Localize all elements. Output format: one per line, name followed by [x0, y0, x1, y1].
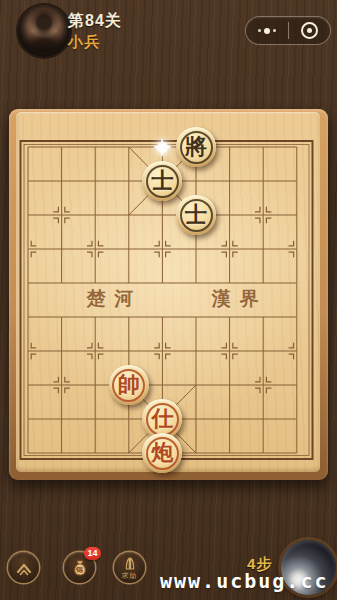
- target-circle-icon: [301, 22, 318, 39]
- bag-label: 锦: [64, 565, 95, 575]
- chevron-up-icon: [13, 557, 35, 579]
- last-move-sparkle: [158, 143, 167, 152]
- xiangqi-board[interactable]: 楚河 漢界 將士士帥仕炮: [16, 112, 320, 472]
- praying-hands-icon: [121, 557, 139, 571]
- wechat-capsule: [246, 17, 330, 44]
- watermark: www.ucbug.cc: [160, 569, 329, 593]
- xiangqi-piece-red[interactable]: 帥: [109, 365, 149, 405]
- ask-help-button[interactable]: 求助: [114, 552, 145, 583]
- xiangqi-piece-black[interactable]: 士: [176, 195, 216, 235]
- level-title: 第84关: [68, 11, 122, 32]
- more-dots-icon: [273, 29, 276, 32]
- rank-label: 小兵: [68, 33, 100, 52]
- help-label: 求助: [122, 572, 138, 579]
- more-dots-icon: [264, 28, 270, 34]
- bag-count-badge: 14: [84, 547, 101, 560]
- more-button[interactable]: [246, 17, 288, 44]
- player-avatar[interactable]: [18, 5, 70, 57]
- river-label-left: 楚河: [78, 286, 143, 312]
- more-dots-icon: [258, 29, 261, 32]
- exit-button[interactable]: [289, 17, 331, 44]
- xiangqi-piece-black[interactable]: 將: [176, 127, 216, 167]
- river-label-right: 漢界: [203, 286, 268, 312]
- expand-menu-button[interactable]: [8, 552, 39, 583]
